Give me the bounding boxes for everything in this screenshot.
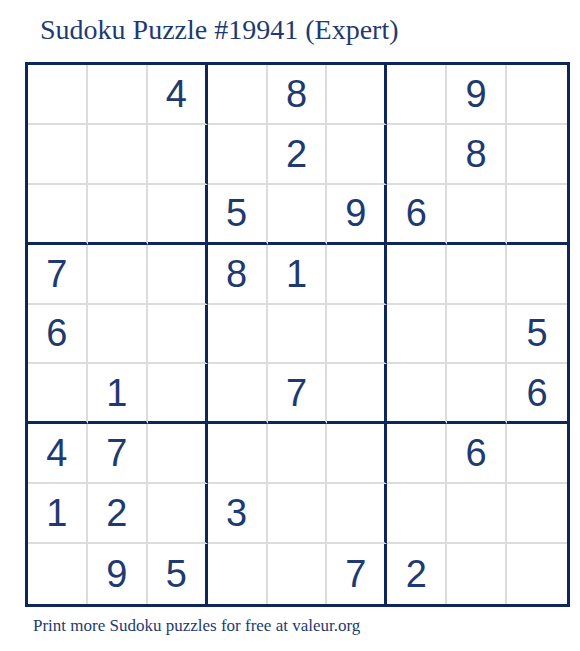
cell-r2c6-empty[interactable] — [327, 125, 387, 185]
cell-r5c9-given: 5 — [507, 305, 567, 365]
cell-r8c2-given: 2 — [88, 484, 148, 544]
cell-r4c3-empty[interactable] — [148, 245, 208, 305]
cell-r4c7-empty[interactable] — [387, 245, 447, 305]
cell-r1c6-empty[interactable] — [327, 65, 387, 125]
cell-r8c6-empty[interactable] — [327, 484, 387, 544]
cell-r8c4-given: 3 — [208, 484, 268, 544]
cell-r2c9-empty[interactable] — [507, 125, 567, 185]
cell-r9c7-given: 2 — [387, 544, 447, 604]
cell-r6c7-empty[interactable] — [387, 364, 447, 424]
cell-r8c1-given: 1 — [28, 484, 88, 544]
cell-r2c2-empty[interactable] — [88, 125, 148, 185]
cell-r1c9-empty[interactable] — [507, 65, 567, 125]
cell-r3c9-empty[interactable] — [507, 185, 567, 245]
page-title: Sudoku Puzzle #19941 (Expert) — [40, 14, 399, 46]
cell-r3c1-empty[interactable] — [28, 185, 88, 245]
cell-r9c8-empty[interactable] — [447, 544, 507, 604]
cell-r1c7-empty[interactable] — [387, 65, 447, 125]
cell-r9c5-empty[interactable] — [268, 544, 328, 604]
cell-r4c6-empty[interactable] — [327, 245, 387, 305]
cell-r2c1-empty[interactable] — [28, 125, 88, 185]
cell-r4c4-given: 8 — [208, 245, 268, 305]
cell-r5c4-empty[interactable] — [208, 305, 268, 365]
cell-r8c9-empty[interactable] — [507, 484, 567, 544]
cell-r4c5-given: 1 — [268, 245, 328, 305]
cell-r3c4-given: 5 — [208, 185, 268, 245]
cell-r5c8-empty[interactable] — [447, 305, 507, 365]
cell-r5c1-given: 6 — [28, 305, 88, 365]
cell-r8c5-empty[interactable] — [268, 484, 328, 544]
cell-r6c3-empty[interactable] — [148, 364, 208, 424]
cell-r7c1-given: 4 — [28, 424, 88, 484]
cell-r7c5-empty[interactable] — [268, 424, 328, 484]
cell-r7c3-empty[interactable] — [148, 424, 208, 484]
cell-r1c1-empty[interactable] — [28, 65, 88, 125]
cell-r7c4-empty[interactable] — [208, 424, 268, 484]
cell-r5c7-empty[interactable] — [387, 305, 447, 365]
cell-r6c5-given: 7 — [268, 364, 328, 424]
cell-r7c2-given: 7 — [88, 424, 148, 484]
cell-r1c3-given: 4 — [148, 65, 208, 125]
cell-r8c3-empty[interactable] — [148, 484, 208, 544]
cell-r7c8-given: 6 — [447, 424, 507, 484]
cell-r4c9-empty[interactable] — [507, 245, 567, 305]
cell-r9c6-given: 7 — [327, 544, 387, 604]
cell-r7c7-empty[interactable] — [387, 424, 447, 484]
cell-r2c8-given: 8 — [447, 125, 507, 185]
cell-r9c4-empty[interactable] — [208, 544, 268, 604]
cell-r1c2-empty[interactable] — [88, 65, 148, 125]
cell-r6c1-empty[interactable] — [28, 364, 88, 424]
cell-r6c6-empty[interactable] — [327, 364, 387, 424]
cell-r4c1-given: 7 — [28, 245, 88, 305]
cell-r5c2-empty[interactable] — [88, 305, 148, 365]
cell-r9c3-given: 5 — [148, 544, 208, 604]
cell-r1c8-given: 9 — [447, 65, 507, 125]
cell-r4c8-empty[interactable] — [447, 245, 507, 305]
footer-text: Print more Sudoku puzzles for free at va… — [33, 616, 360, 636]
cell-r9c1-empty[interactable] — [28, 544, 88, 604]
cell-r2c3-empty[interactable] — [148, 125, 208, 185]
cell-r7c9-empty[interactable] — [507, 424, 567, 484]
cell-r8c8-empty[interactable] — [447, 484, 507, 544]
cell-r3c6-given: 9 — [327, 185, 387, 245]
cell-r6c9-given: 6 — [507, 364, 567, 424]
cell-r4c2-empty[interactable] — [88, 245, 148, 305]
cell-r9c9-empty[interactable] — [507, 544, 567, 604]
cell-r9c2-given: 9 — [88, 544, 148, 604]
cell-r3c7-given: 6 — [387, 185, 447, 245]
cell-r3c8-empty[interactable] — [447, 185, 507, 245]
cell-r5c6-empty[interactable] — [327, 305, 387, 365]
sudoku-board: 48928596781651764761239572 — [25, 62, 570, 607]
cell-r1c4-empty[interactable] — [208, 65, 268, 125]
cell-r6c4-empty[interactable] — [208, 364, 268, 424]
cell-r5c3-empty[interactable] — [148, 305, 208, 365]
cell-r3c5-empty[interactable] — [268, 185, 328, 245]
cell-r7c6-empty[interactable] — [327, 424, 387, 484]
cell-r1c5-given: 8 — [268, 65, 328, 125]
sudoku-page: Sudoku Puzzle #19941 (Expert) 4892859678… — [0, 0, 580, 651]
cell-r6c2-given: 1 — [88, 364, 148, 424]
cell-r3c3-empty[interactable] — [148, 185, 208, 245]
cell-r2c7-empty[interactable] — [387, 125, 447, 185]
cell-r2c4-empty[interactable] — [208, 125, 268, 185]
cell-r5c5-empty[interactable] — [268, 305, 328, 365]
cell-r3c2-empty[interactable] — [88, 185, 148, 245]
cell-r2c5-given: 2 — [268, 125, 328, 185]
cell-r6c8-empty[interactable] — [447, 364, 507, 424]
cell-r8c7-empty[interactable] — [387, 484, 447, 544]
